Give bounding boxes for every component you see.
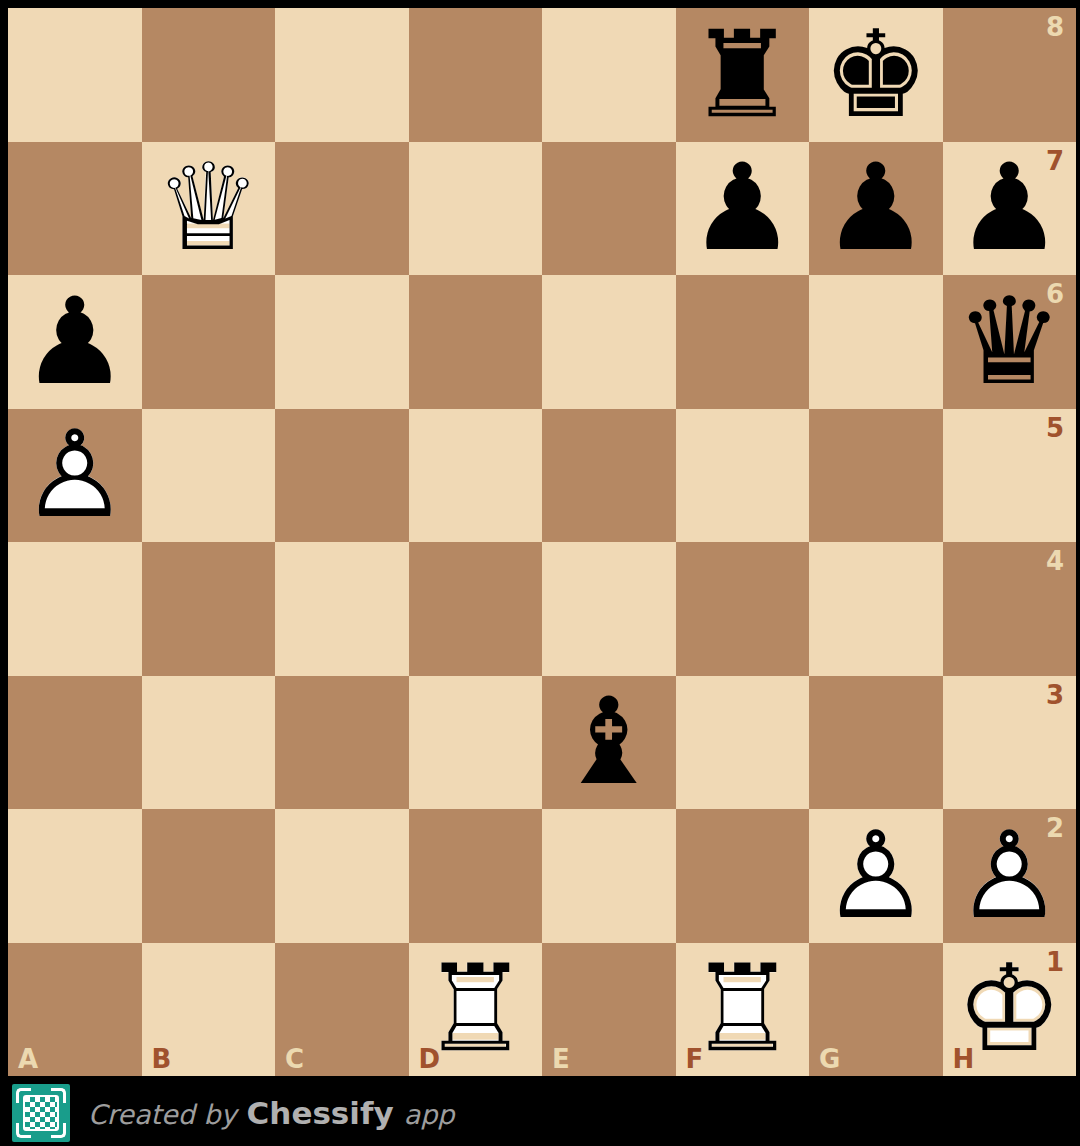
square-g5[interactable]	[809, 409, 943, 543]
piece-white-pawn: ♟	[809, 809, 943, 943]
square-a1[interactable]: A	[8, 943, 142, 1077]
square-b2[interactable]	[142, 809, 276, 943]
square-d3[interactable]	[409, 676, 543, 810]
rank-label-7: 7	[1046, 148, 1064, 174]
rank-label-1: 1	[1046, 949, 1064, 975]
square-h1[interactable]: ♚♔1H	[943, 943, 1077, 1077]
square-g2[interactable]: ♟♙	[809, 809, 943, 943]
square-h6[interactable]: ♛6	[943, 275, 1077, 409]
square-d2[interactable]	[409, 809, 543, 943]
square-e4[interactable]	[542, 542, 676, 676]
piece-black-king: ♚	[809, 8, 943, 142]
square-g1[interactable]: G	[809, 943, 943, 1077]
square-a2[interactable]	[8, 809, 142, 943]
footer-bar: Created byChessifyapp	[0, 1080, 1080, 1146]
square-b7[interactable]: ♛♕	[142, 142, 276, 276]
rank-label-3: 3	[1046, 682, 1064, 708]
piece-white-pawn-outline: ♙	[809, 809, 943, 943]
credit-app-suffix: app	[404, 1099, 455, 1130]
rank-label-4: 4	[1046, 548, 1064, 574]
square-c7[interactable]	[275, 142, 409, 276]
piece-white-pawn: ♟	[8, 409, 142, 543]
piece-black-pawn: ♟	[676, 142, 810, 276]
square-h2[interactable]: ♟♙2	[943, 809, 1077, 943]
square-e8[interactable]	[542, 8, 676, 142]
square-a7[interactable]	[8, 142, 142, 276]
file-label-f: F	[686, 1046, 704, 1072]
square-g4[interactable]	[809, 542, 943, 676]
square-e1[interactable]: E	[542, 943, 676, 1077]
piece-white-queen-outline: ♕	[142, 142, 276, 276]
square-b4[interactable]	[142, 542, 276, 676]
square-d7[interactable]	[409, 142, 543, 276]
square-e3[interactable]: ♝	[542, 676, 676, 810]
square-g7[interactable]: ♟	[809, 142, 943, 276]
file-label-e: E	[552, 1046, 570, 1072]
square-f1[interactable]: ♜♖F	[676, 943, 810, 1077]
rank-label-5: 5	[1046, 415, 1064, 441]
square-a3[interactable]	[8, 676, 142, 810]
credit-created-by: Created by	[88, 1099, 237, 1130]
square-c1[interactable]: C	[275, 943, 409, 1077]
square-e6[interactable]	[542, 275, 676, 409]
square-c6[interactable]	[275, 275, 409, 409]
square-a5[interactable]: ♟♙	[8, 409, 142, 543]
file-label-h: H	[953, 1046, 975, 1072]
square-e5[interactable]	[542, 409, 676, 543]
square-b8[interactable]	[142, 8, 276, 142]
square-f3[interactable]	[676, 676, 810, 810]
piece-black-pawn: ♟	[8, 275, 142, 409]
credit-brand-chessify: Chessify	[237, 1095, 404, 1131]
square-h4[interactable]: 4	[943, 542, 1077, 676]
square-c4[interactable]	[275, 542, 409, 676]
rank-label-6: 6	[1046, 281, 1064, 307]
square-h7[interactable]: ♟7	[943, 142, 1077, 276]
square-f6[interactable]	[676, 275, 810, 409]
piece-white-pawn-outline: ♙	[8, 409, 142, 543]
square-g6[interactable]	[809, 275, 943, 409]
chessify-logo-icon	[12, 1084, 70, 1142]
file-label-d: D	[419, 1046, 441, 1072]
square-f2[interactable]	[676, 809, 810, 943]
chess-board-frame: ♜♚8♛♕♟♟♟7♟♛6♟♙54♝3♟♙♟♙2ABC♜♖DE♜♖FG♚♔1H	[0, 0, 1080, 1080]
square-a4[interactable]	[8, 542, 142, 676]
square-d5[interactable]	[409, 409, 543, 543]
piece-white-queen: ♛	[142, 142, 276, 276]
file-label-g: G	[819, 1046, 840, 1072]
chess-board: ♜♚8♛♕♟♟♟7♟♛6♟♙54♝3♟♙♟♙2ABC♜♖DE♜♖FG♚♔1H	[8, 8, 1076, 1076]
piece-black-pawn: ♟	[809, 142, 943, 276]
square-d4[interactable]	[409, 542, 543, 676]
square-a6[interactable]: ♟	[8, 275, 142, 409]
credit-line: Created byChessifyapp	[88, 1095, 454, 1131]
square-g8[interactable]: ♚	[809, 8, 943, 142]
square-h8[interactable]: 8	[943, 8, 1077, 142]
square-d6[interactable]	[409, 275, 543, 409]
scan-bracket-icon	[16, 1123, 31, 1138]
square-d8[interactable]	[409, 8, 543, 142]
file-label-c: C	[285, 1046, 304, 1072]
square-f7[interactable]: ♟	[676, 142, 810, 276]
square-h5[interactable]: 5	[943, 409, 1077, 543]
square-b3[interactable]	[142, 676, 276, 810]
square-f5[interactable]	[676, 409, 810, 543]
square-d1[interactable]: ♜♖D	[409, 943, 543, 1077]
square-b6[interactable]	[142, 275, 276, 409]
square-c3[interactable]	[275, 676, 409, 810]
scan-bracket-icon	[51, 1088, 66, 1103]
square-h3[interactable]: 3	[943, 676, 1077, 810]
rank-label-2: 2	[1046, 815, 1064, 841]
square-b1[interactable]: B	[142, 943, 276, 1077]
rank-label-8: 8	[1046, 14, 1064, 40]
square-g3[interactable]	[809, 676, 943, 810]
scan-bracket-icon	[51, 1123, 66, 1138]
scan-bracket-icon	[16, 1088, 31, 1103]
square-e2[interactable]	[542, 809, 676, 943]
file-label-b: B	[152, 1046, 172, 1072]
square-b5[interactable]	[142, 409, 276, 543]
file-label-a: A	[18, 1046, 38, 1072]
chessify-position-export: ♜♚8♛♕♟♟♟7♟♛6♟♙54♝3♟♙♟♙2ABC♜♖DE♜♖FG♚♔1H C…	[0, 0, 1080, 1146]
square-c8[interactable]	[275, 8, 409, 142]
square-c2[interactable]	[275, 809, 409, 943]
square-c5[interactable]	[275, 409, 409, 543]
piece-black-bishop: ♝	[542, 676, 676, 810]
square-a8[interactable]	[8, 8, 142, 142]
square-f4[interactable]	[676, 542, 810, 676]
piece-black-rook: ♜	[676, 8, 810, 142]
square-f8[interactable]: ♜	[676, 8, 810, 142]
square-e7[interactable]	[542, 142, 676, 276]
